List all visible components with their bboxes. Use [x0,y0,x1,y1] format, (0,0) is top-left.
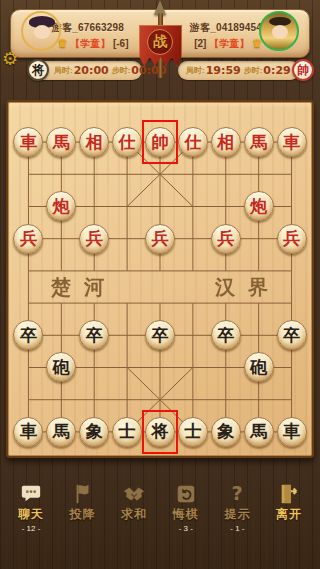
settings-gear-icon[interactable]: ⚙ [2,48,18,70]
left-game-time-label: 局时: [54,65,73,76]
right-timer-bar: 局时: 19:59 步时: 0:29 帥 [178,61,300,80]
right-player-score: [2] [194,38,206,49]
right-step-time: 0:29 [263,64,290,77]
red-piece-兵[interactable]: 兵 [211,224,241,254]
red-piece-兵[interactable]: 兵 [13,224,43,254]
svg-text:?: ? [232,483,243,505]
left-game-time: 20:00 [74,64,109,77]
handshake-icon [122,483,146,505]
right-player-rank: 【学童】 [209,38,249,49]
black-piece-馬[interactable]: 馬 [244,417,274,447]
red-piece-馬[interactable]: 馬 [46,127,76,157]
black-piece-卒[interactable]: 卒 [79,320,109,350]
hint-count-badge: - 1 - [230,524,244,533]
black-piece-士[interactable]: 士 [178,417,208,447]
left-player-avatar[interactable] [21,11,61,51]
right-step-time-label: 步时: [244,65,263,76]
red-piece-車[interactable]: 車 [13,127,43,157]
left-timer-bar: 将 局时: 20:00 步时: 00:00 [30,61,142,80]
black-piece-車[interactable]: 車 [277,417,307,447]
board-grid[interactable]: 車馬相仕帥仕相馬車炮炮兵兵兵兵兵卒卒卒卒卒砲砲車馬象士将士象馬車 [12,126,308,448]
red-piece-相[interactable]: 相 [211,127,241,157]
red-piece-兵[interactable]: 兵 [79,224,109,254]
undo-count-badge: - 3 - [179,524,193,533]
right-game-time: 19:59 [206,64,241,77]
avatar-face [34,25,50,39]
black-piece-卒[interactable]: 卒 [211,320,241,350]
black-general-badge: 将 [27,59,49,81]
undo-move-icon [175,483,197,505]
bottom-toolbar: 聊天 - 12 - 投降 求和 悔棋 - 3 - ? [8,483,312,533]
red-piece-仕[interactable]: 仕 [112,127,142,157]
black-piece-士[interactable]: 士 [112,417,142,447]
black-piece-卒[interactable]: 卒 [13,320,43,350]
left-step-time-label: 步时: [112,65,131,76]
red-piece-兵[interactable]: 兵 [145,224,175,254]
left-player-rank: 【学童】 [70,38,110,49]
chat-bubble-icon [19,483,43,505]
banner-char: 战 [147,29,173,55]
black-piece-馬[interactable]: 馬 [46,417,76,447]
right-game-time-label: 局时: [186,65,205,76]
toolbar-item-chat[interactable]: 聊天 - 12 - [8,483,54,533]
black-piece-象[interactable]: 象 [79,417,109,447]
surrender-flag-icon [72,483,94,505]
question-mark-icon: ? [226,483,248,505]
red-piece-炮[interactable]: 炮 [244,191,274,221]
game-screen: 游客_67663298 游客_04189454 ♛ 【学童】 [-6] [2] … [0,0,320,569]
left-player-score: [-6] [113,38,129,49]
black-piece-卒[interactable]: 卒 [277,320,307,350]
general-highlight-rect [142,410,178,454]
red-piece-馬[interactable]: 馬 [244,127,274,157]
red-piece-兵[interactable]: 兵 [277,224,307,254]
red-general-badge: 帥 [292,59,314,81]
black-piece-砲[interactable]: 砲 [244,352,274,382]
red-piece-仕[interactable]: 仕 [178,127,208,157]
black-piece-車[interactable]: 車 [13,417,43,447]
red-piece-炮[interactable]: 炮 [46,191,76,221]
avatar-face [272,25,288,39]
exit-door-icon [278,483,300,505]
black-piece-砲[interactable]: 砲 [46,352,76,382]
chat-count-badge: - 12 - [22,524,41,533]
red-piece-相[interactable]: 相 [79,127,109,157]
toolbar-item-draw[interactable]: 求和 [111,483,157,533]
toolbar-item-leave[interactable]: 离开 [266,483,312,533]
xiangqi-board[interactable]: 楚河 汉界 車馬相仕帥仕相馬車炮炮兵兵兵兵兵卒卒卒卒卒砲砲車馬象士将士象馬車 [6,100,314,458]
black-piece-象[interactable]: 象 [211,417,241,447]
general-highlight-rect [142,120,178,164]
toolbar-item-surrender[interactable]: 投降 [60,483,106,533]
right-player-avatar[interactable] [259,11,299,51]
toolbar-item-undo[interactable]: 悔棋 - 3 - [163,483,209,533]
black-piece-卒[interactable]: 卒 [145,320,175,350]
red-piece-車[interactable]: 車 [277,127,307,157]
toolbar-item-hint[interactable]: ? 提示 - 1 - [214,483,260,533]
